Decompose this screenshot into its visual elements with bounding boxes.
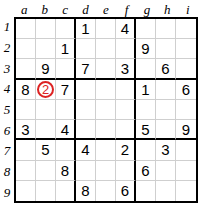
cell-e6[interactable]	[96, 120, 116, 140]
cell-d5[interactable]	[76, 100, 96, 120]
cell-f5[interactable]	[116, 100, 136, 120]
col-label-g: g	[137, 0, 157, 17]
row-label-2: 2	[0, 38, 14, 59]
cell-a2[interactable]	[16, 39, 36, 59]
row-label-9: 9	[0, 182, 14, 203]
cell-f6[interactable]	[116, 120, 136, 140]
cell-b6[interactable]	[36, 120, 56, 140]
cell-a4[interactable]: 8	[16, 80, 36, 100]
cell-b7[interactable]: 5	[36, 140, 56, 160]
row-label-3: 3	[0, 58, 14, 79]
cell-b5[interactable]	[36, 100, 56, 120]
cell-e3[interactable]	[96, 59, 116, 79]
cell-a8[interactable]	[16, 161, 36, 181]
cell-b2[interactable]	[36, 39, 56, 59]
cell-e2[interactable]	[96, 39, 116, 59]
cell-a3[interactable]	[16, 59, 36, 79]
row-label-5: 5	[0, 100, 14, 121]
row-label-7: 7	[0, 141, 14, 162]
col-label-c: c	[55, 0, 75, 17]
cell-a7[interactable]	[16, 140, 36, 160]
cell-g6[interactable]: 5	[136, 120, 156, 140]
cell-h6[interactable]	[156, 120, 176, 140]
col-label-f: f	[116, 0, 136, 17]
cell-f4[interactable]	[116, 80, 136, 100]
column-labels: abcdefghi	[14, 0, 198, 17]
col-label-b: b	[34, 0, 54, 17]
cell-h9[interactable]	[156, 181, 176, 201]
cell-h5[interactable]	[156, 100, 176, 120]
cell-i2[interactable]	[176, 39, 196, 59]
cell-f1[interactable]: 4	[116, 19, 136, 39]
cell-d6[interactable]	[76, 120, 96, 140]
cell-g5[interactable]	[136, 100, 156, 120]
cell-d8[interactable]	[76, 161, 96, 181]
cell-h2[interactable]	[156, 39, 176, 59]
cell-a9[interactable]	[16, 181, 36, 201]
cell-h3[interactable]: 6	[156, 59, 176, 79]
corner-spacer	[0, 0, 14, 17]
cell-f7[interactable]: 2	[116, 140, 136, 160]
cell-i4[interactable]: 6	[176, 80, 196, 100]
cell-h4[interactable]	[156, 80, 176, 100]
cell-i7[interactable]	[176, 140, 196, 160]
col-label-d: d	[75, 0, 95, 17]
sudoku-board: abcdefghi 123456789 14199736827163459542…	[0, 0, 198, 203]
row-label-6: 6	[0, 120, 14, 141]
cell-g7[interactable]	[136, 140, 156, 160]
cell-a1[interactable]	[16, 19, 36, 39]
cell-d4[interactable]	[76, 80, 96, 100]
row-label-8: 8	[0, 162, 14, 183]
cell-e9[interactable]	[96, 181, 116, 201]
cell-g8[interactable]: 6	[136, 161, 156, 181]
cell-f9[interactable]: 6	[116, 181, 136, 201]
cell-f2[interactable]	[116, 39, 136, 59]
cell-b4[interactable]: 2	[36, 80, 56, 100]
row-label-4: 4	[0, 79, 14, 100]
cell-g2[interactable]: 9	[136, 39, 156, 59]
cell-f8[interactable]	[116, 161, 136, 181]
sudoku-grid: 1419973682716345954238686	[14, 17, 198, 203]
cell-i5[interactable]	[176, 100, 196, 120]
cell-i9[interactable]	[176, 181, 196, 201]
cell-f3[interactable]: 3	[116, 59, 136, 79]
col-label-i: i	[178, 0, 198, 17]
cell-i6[interactable]: 9	[176, 120, 196, 140]
cell-h8[interactable]	[156, 161, 176, 181]
cell-c4[interactable]: 7	[56, 80, 76, 100]
cell-h7[interactable]: 3	[156, 140, 176, 160]
cell-a5[interactable]	[16, 100, 36, 120]
cell-c7[interactable]	[56, 140, 76, 160]
cell-c6[interactable]: 4	[56, 120, 76, 140]
cell-d2[interactable]	[76, 39, 96, 59]
cell-i1[interactable]	[176, 19, 196, 39]
cell-c1[interactable]	[56, 19, 76, 39]
cell-b1[interactable]	[36, 19, 56, 39]
cell-g4[interactable]: 1	[136, 80, 156, 100]
cell-e7[interactable]	[96, 140, 116, 160]
col-label-h: h	[157, 0, 177, 17]
cell-d9[interactable]: 8	[76, 181, 96, 201]
cell-c2[interactable]: 1	[56, 39, 76, 59]
cell-i8[interactable]	[176, 161, 196, 181]
cell-e1[interactable]	[96, 19, 116, 39]
cell-e4[interactable]	[96, 80, 116, 100]
cell-c8[interactable]: 8	[56, 161, 76, 181]
cell-e5[interactable]	[96, 100, 116, 120]
cell-e8[interactable]	[96, 161, 116, 181]
cell-h1[interactable]	[156, 19, 176, 39]
highlighted-digit: 2	[37, 81, 54, 98]
cell-g3[interactable]	[136, 59, 156, 79]
cell-d3[interactable]: 7	[76, 59, 96, 79]
cell-b9[interactable]	[36, 181, 56, 201]
col-label-a: a	[14, 0, 34, 17]
cell-c3[interactable]	[56, 59, 76, 79]
cell-a6[interactable]: 3	[16, 120, 36, 140]
cell-c9[interactable]	[56, 181, 76, 201]
cell-g9[interactable]	[136, 181, 156, 201]
col-label-e: e	[96, 0, 116, 17]
cell-d7[interactable]: 4	[76, 140, 96, 160]
cell-b3[interactable]: 9	[36, 59, 56, 79]
cell-g1[interactable]	[136, 19, 156, 39]
cell-b8[interactable]	[36, 161, 56, 181]
cell-i3[interactable]	[176, 59, 196, 79]
row-labels: 123456789	[0, 17, 14, 203]
cell-c5[interactable]	[56, 100, 76, 120]
row-label-1: 1	[0, 17, 14, 38]
cell-d1[interactable]: 1	[76, 19, 96, 39]
